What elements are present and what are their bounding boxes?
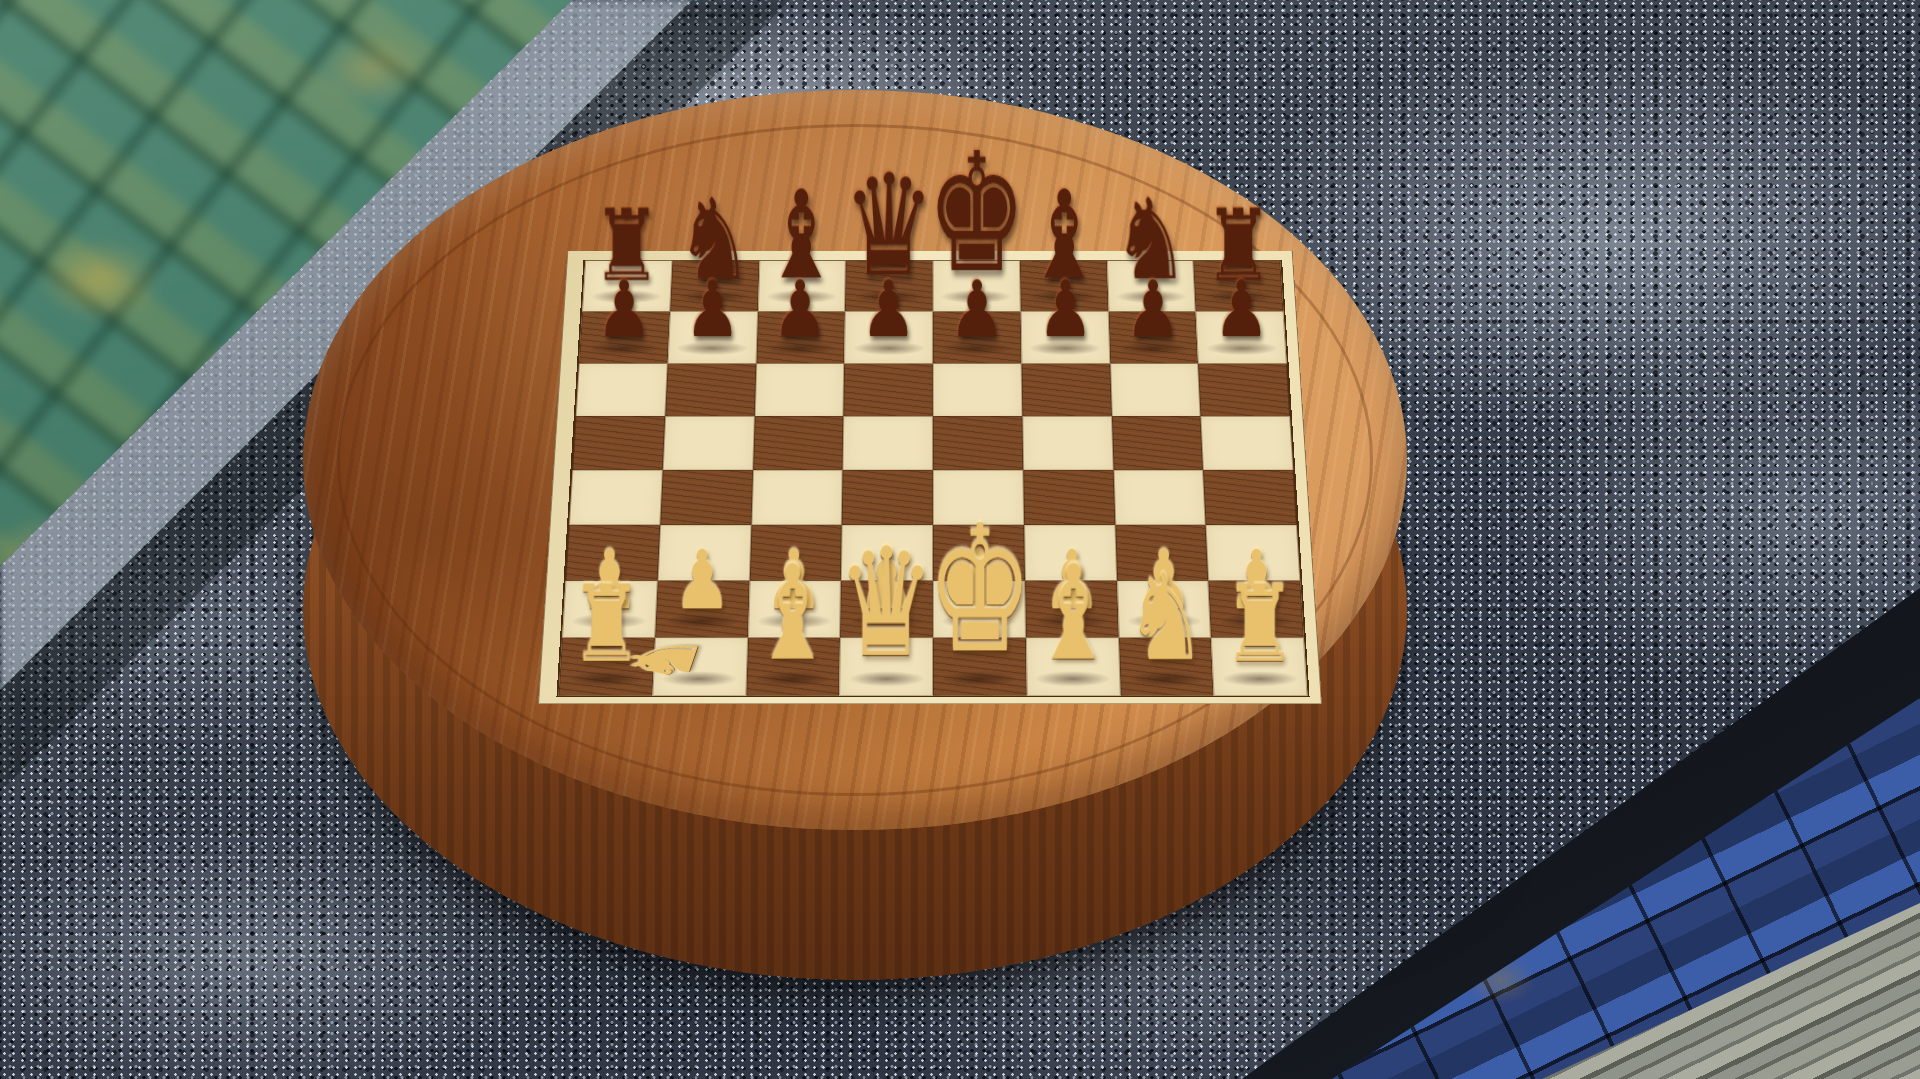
square-h4[interactable] xyxy=(1203,470,1297,525)
square-b4[interactable] xyxy=(660,470,753,525)
square-c1[interactable]: ♝ xyxy=(746,638,840,696)
square-h1[interactable]: ♜ xyxy=(1211,638,1307,696)
board-grid: ♜♞♝♛♚♝♞♜♟♟♟♟♟♟♟♟♟♟♟♟♟♟♟♟♜♞♝♛♚♝♞♜ xyxy=(556,260,1309,697)
black-pawn[interactable]: ♟ xyxy=(1125,270,1181,348)
white-queen[interactable]: ♛ xyxy=(837,528,935,678)
square-a1[interactable]: ♜ xyxy=(559,638,655,696)
square-e6[interactable] xyxy=(933,363,1022,416)
square-a5[interactable] xyxy=(572,416,665,470)
square-d5[interactable] xyxy=(843,416,933,470)
black-pawn[interactable]: ♟ xyxy=(684,270,740,348)
square-g6[interactable] xyxy=(1110,363,1201,416)
square-b7[interactable]: ♟ xyxy=(667,312,757,364)
white-pawn[interactable]: ♟ xyxy=(672,539,731,621)
white-bishop[interactable]: ♝ xyxy=(752,548,834,678)
square-a6[interactable] xyxy=(576,363,668,416)
square-d6[interactable] xyxy=(844,363,933,416)
white-rook[interactable]: ♜ xyxy=(1223,572,1297,678)
black-pawn[interactable]: ♟ xyxy=(1037,270,1093,348)
square-f6[interactable] xyxy=(1021,363,1111,416)
square-f7[interactable]: ♟ xyxy=(1020,312,1109,364)
square-h5[interactable] xyxy=(1201,416,1294,470)
white-rook[interactable]: ♜ xyxy=(569,572,643,678)
square-e7[interactable]: ♟ xyxy=(933,312,1021,364)
black-pawn[interactable]: ♟ xyxy=(596,270,652,348)
square-g1[interactable]: ♞ xyxy=(1118,638,1213,696)
piece-shadow xyxy=(662,671,737,686)
square-c6[interactable] xyxy=(754,363,844,416)
square-f1[interactable]: ♝ xyxy=(1026,638,1121,696)
chessboard: ♜♞♝♛♚♝♞♜♟♟♟♟♟♟♟♟♟♟♟♟♟♟♟♟♜♞♝♛♚♝♞♜ xyxy=(538,251,1322,704)
square-a4[interactable] xyxy=(569,470,662,525)
white-bishop[interactable]: ♝ xyxy=(1032,548,1114,678)
black-pawn[interactable]: ♟ xyxy=(772,270,828,348)
square-h6[interactable] xyxy=(1198,363,1290,416)
square-c5[interactable] xyxy=(753,416,844,470)
black-pawn[interactable]: ♟ xyxy=(949,270,1005,348)
square-a7[interactable]: ♟ xyxy=(579,312,670,364)
square-g4[interactable] xyxy=(1113,470,1206,525)
square-f4[interactable] xyxy=(1023,470,1115,525)
square-d7[interactable]: ♟ xyxy=(844,312,932,364)
square-e1[interactable]: ♚ xyxy=(933,638,1027,696)
white-knight[interactable]: ♞ xyxy=(1125,559,1207,678)
square-b2[interactable]: ♟ xyxy=(655,581,749,638)
square-h7[interactable]: ♟ xyxy=(1196,312,1287,364)
square-c7[interactable]: ♟ xyxy=(756,312,845,364)
square-e5[interactable] xyxy=(933,416,1023,470)
square-b6[interactable] xyxy=(665,363,756,416)
square-b1[interactable]: ♞ xyxy=(652,638,747,696)
white-king[interactable]: ♚ xyxy=(926,503,1033,679)
square-g7[interactable]: ♟ xyxy=(1108,312,1198,364)
square-g5[interactable] xyxy=(1111,416,1203,470)
square-f5[interactable] xyxy=(1022,416,1113,470)
square-c4[interactable] xyxy=(751,470,843,525)
square-d1[interactable]: ♛ xyxy=(839,638,933,696)
board-frame: ♜♞♝♛♚♝♞♜♟♟♟♟♟♟♟♟♟♟♟♟♟♟♟♟♜♞♝♛♚♝♞♜ xyxy=(538,251,1322,704)
square-b5[interactable] xyxy=(663,416,755,470)
black-pawn[interactable]: ♟ xyxy=(861,270,917,348)
black-pawn[interactable]: ♟ xyxy=(1214,270,1270,348)
scene: ♜♞♝♛♚♝♞♜♟♟♟♟♟♟♟♟♟♟♟♟♟♟♟♟♜♞♝♛♚♝♞♜ xyxy=(0,0,1920,1079)
